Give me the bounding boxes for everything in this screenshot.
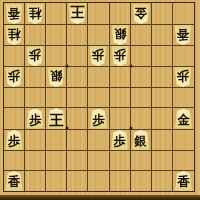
square-91[interactable]: 香 — [4, 3, 25, 25]
piece-gote-silver[interactable]: 銀 — [111, 25, 129, 45]
piece-sente-lance[interactable]: 香 — [174, 171, 192, 191]
piece-sente-gold[interactable]: 金 — [174, 109, 192, 129]
square-47[interactable]: 歩 — [110, 130, 131, 151]
piece-kanji: 歩 — [92, 48, 105, 61]
square-88[interactable] — [25, 151, 46, 171]
square-83[interactable]: 歩 — [25, 46, 46, 67]
square-11[interactable] — [173, 3, 194, 25]
piece-gote-pawn[interactable]: 歩 — [111, 46, 129, 66]
square-64[interactable] — [67, 67, 88, 88]
square-52[interactable] — [88, 25, 109, 46]
square-28[interactable] — [152, 151, 173, 171]
piece-kanji: 歩 — [177, 69, 190, 82]
square-55[interactable] — [88, 88, 109, 108]
square-74[interactable]: 銀 — [46, 67, 67, 88]
piece-kanji: 香 — [177, 27, 190, 40]
square-54[interactable] — [88, 67, 109, 88]
square-34[interactable] — [131, 67, 152, 88]
square-23[interactable] — [152, 46, 173, 67]
square-43[interactable]: 歩 — [110, 46, 131, 67]
piece-gote-pawn[interactable]: 歩 — [89, 46, 107, 66]
piece-kanji: 金 — [177, 114, 190, 127]
piece-kanji: 歩 — [92, 114, 105, 127]
piece-kanji: 歩 — [113, 48, 126, 61]
piece-kanji: 銀 — [113, 27, 126, 40]
square-96[interactable] — [4, 108, 25, 130]
piece-kanji: 香 — [8, 6, 21, 19]
square-71[interactable] — [46, 3, 67, 25]
piece-sente-lance[interactable]: 香 — [5, 171, 23, 191]
square-24[interactable] — [152, 67, 173, 88]
square-65[interactable] — [67, 88, 88, 108]
square-53[interactable]: 歩 — [88, 46, 109, 67]
square-99[interactable]: 香 — [4, 171, 25, 191]
square-21[interactable] — [152, 3, 173, 25]
square-58[interactable] — [88, 151, 109, 171]
square-93[interactable] — [4, 46, 25, 67]
piece-gote-pawn[interactable]: 歩 — [26, 46, 44, 66]
piece-kanji: 歩 — [8, 69, 21, 82]
square-76[interactable]: 王 — [46, 108, 67, 130]
piece-gote-king[interactable]: 王 — [68, 3, 87, 24]
piece-gote-lance[interactable]: 香 — [5, 4, 23, 24]
square-16[interactable]: 金 — [173, 108, 194, 130]
star-point — [129, 64, 132, 67]
piece-gote-knight[interactable]: 桂 — [26, 4, 44, 24]
square-67[interactable] — [67, 130, 88, 151]
square-41[interactable] — [110, 3, 131, 25]
square-15[interactable] — [173, 88, 194, 108]
square-33[interactable] — [131, 46, 152, 67]
piece-gote-pawn[interactable]: 歩 — [174, 67, 192, 87]
piece-kanji: 桂 — [8, 27, 21, 40]
square-79[interactable] — [46, 171, 67, 191]
square-82[interactable] — [25, 25, 46, 46]
square-59[interactable] — [88, 171, 109, 191]
square-98[interactable] — [4, 151, 25, 171]
square-61[interactable]: 王 — [67, 3, 88, 25]
square-36[interactable] — [131, 108, 152, 130]
piece-kanji: 銀 — [134, 135, 147, 148]
square-77[interactable] — [46, 130, 67, 151]
square-19[interactable]: 香 — [173, 171, 194, 191]
square-75[interactable] — [46, 88, 67, 108]
square-37[interactable]: 銀 — [131, 130, 152, 151]
piece-kanji: 歩 — [8, 135, 21, 148]
square-72[interactable] — [46, 25, 67, 46]
piece-kanji: 歩 — [29, 114, 42, 127]
square-38[interactable] — [131, 151, 152, 171]
star-point — [66, 127, 69, 130]
square-94[interactable]: 歩 — [4, 67, 25, 88]
piece-kanji: 銀 — [50, 69, 63, 82]
square-13[interactable] — [173, 46, 194, 67]
square-45[interactable] — [110, 88, 131, 108]
piece-kanji: 桂 — [29, 6, 42, 19]
square-51[interactable] — [88, 3, 109, 25]
square-17[interactable] — [173, 130, 194, 151]
square-49[interactable] — [110, 171, 131, 191]
piece-gote-lance[interactable]: 香 — [174, 25, 192, 45]
piece-sente-king[interactable]: 王 — [47, 108, 66, 129]
square-12[interactable]: 香 — [173, 25, 194, 46]
piece-gote-knight[interactable]: 桂 — [5, 25, 23, 45]
square-86[interactable]: 歩 — [25, 108, 46, 130]
piece-sente-pawn[interactable]: 歩 — [5, 130, 23, 150]
piece-kanji: 金 — [134, 6, 147, 19]
square-18[interactable] — [173, 151, 194, 171]
board-field: 香桂王金桂銀香歩歩歩歩銀歩歩王歩金歩歩銀香香 — [3, 2, 195, 192]
square-22[interactable] — [152, 25, 173, 46]
square-97[interactable]: 歩 — [4, 130, 25, 151]
square-69[interactable] — [67, 171, 88, 191]
piece-kanji: 歩 — [113, 135, 126, 148]
square-57[interactable] — [88, 130, 109, 151]
square-66[interactable] — [67, 108, 88, 130]
square-42[interactable]: 銀 — [110, 25, 131, 46]
square-32[interactable] — [131, 25, 152, 46]
piece-kanji: 香 — [177, 176, 190, 189]
square-14[interactable]: 歩 — [173, 67, 194, 88]
square-87[interactable] — [25, 130, 46, 151]
piece-kanji: 王 — [49, 113, 64, 128]
piece-gote-pawn[interactable]: 歩 — [5, 67, 23, 87]
square-27[interactable] — [152, 130, 173, 151]
square-62[interactable] — [67, 25, 88, 46]
star-point — [129, 127, 132, 130]
square-26[interactable] — [152, 108, 173, 130]
square-48[interactable] — [110, 151, 131, 171]
square-31[interactable]: 金 — [131, 3, 152, 25]
piece-sente-pawn[interactable]: 歩 — [89, 109, 107, 129]
piece-kanji: 香 — [8, 176, 21, 189]
square-84[interactable] — [25, 67, 46, 88]
square-35[interactable] — [131, 88, 152, 108]
square-95[interactable] — [4, 88, 25, 108]
square-85[interactable] — [25, 88, 46, 108]
shogi-board: 香桂王金桂銀香歩歩歩歩銀歩歩王歩金歩歩銀香香 — [0, 0, 200, 200]
square-89[interactable] — [25, 171, 46, 191]
piece-gote-silver[interactable]: 銀 — [47, 67, 65, 87]
square-29[interactable] — [152, 171, 173, 191]
square-56[interactable]: 歩 — [88, 108, 109, 130]
square-25[interactable] — [152, 88, 173, 108]
piece-sente-pawn[interactable]: 歩 — [26, 109, 44, 129]
piece-sente-pawn[interactable]: 歩 — [111, 130, 129, 150]
square-39[interactable] — [131, 171, 152, 191]
piece-sente-silver[interactable]: 銀 — [132, 130, 150, 150]
square-78[interactable] — [46, 151, 67, 171]
square-44[interactable] — [110, 67, 131, 88]
square-81[interactable]: 桂 — [25, 3, 46, 25]
piece-kanji: 歩 — [29, 48, 42, 61]
square-46[interactable] — [110, 108, 131, 130]
square-63[interactable] — [67, 46, 88, 67]
square-92[interactable]: 桂 — [4, 25, 25, 46]
star-point — [66, 64, 69, 67]
square-68[interactable] — [67, 151, 88, 171]
piece-gote-gold[interactable]: 金 — [132, 4, 150, 24]
square-73[interactable] — [46, 46, 67, 67]
piece-kanji: 王 — [70, 5, 85, 20]
board-front-edge — [0, 195, 200, 200]
